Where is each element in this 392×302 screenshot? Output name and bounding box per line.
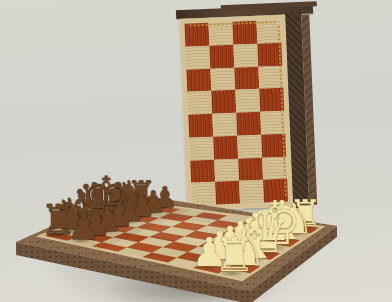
flat-chessboard <box>0 0 392 302</box>
chess-set-photo: ♜♞♝♛♚♝♞♜♟♟♟♟♟♟♟♟♟♟♟♟♟♟♟♟♜♞♝♛♚♝♞♜ <box>0 0 392 302</box>
